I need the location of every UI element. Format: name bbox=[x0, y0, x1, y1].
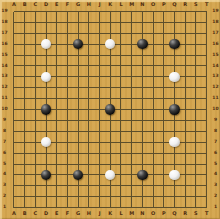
board-point-B17[interactable] bbox=[19, 28, 30, 39]
board-point-P12[interactable] bbox=[158, 82, 169, 93]
board-point-M16[interactable] bbox=[126, 39, 137, 50]
board-point-K17[interactable] bbox=[105, 28, 116, 39]
board-point-S9[interactable] bbox=[191, 115, 202, 126]
board-point-H6[interactable] bbox=[84, 148, 95, 159]
board-point-B14[interactable] bbox=[19, 61, 30, 72]
board-point-S11[interactable] bbox=[191, 93, 202, 104]
board-point-L16[interactable] bbox=[116, 39, 127, 50]
board-point-E18[interactable] bbox=[51, 17, 62, 28]
board-point-M7[interactable] bbox=[126, 137, 137, 148]
board-point-H15[interactable] bbox=[84, 50, 95, 61]
board-point-P5[interactable] bbox=[158, 159, 169, 170]
board-point-R16[interactable] bbox=[180, 39, 191, 50]
board-point-L6[interactable] bbox=[116, 148, 127, 159]
board-point-N16[interactable] bbox=[137, 39, 148, 50]
board-point-B16[interactable] bbox=[19, 39, 30, 50]
board-point-O13[interactable] bbox=[148, 71, 159, 82]
board-point-L11[interactable] bbox=[116, 93, 127, 104]
board-point-N11[interactable] bbox=[137, 93, 148, 104]
board-point-S4[interactable] bbox=[191, 169, 202, 180]
board-point-N15[interactable] bbox=[137, 50, 148, 61]
board-point-R13[interactable] bbox=[180, 71, 191, 82]
board-point-D15[interactable] bbox=[41, 50, 52, 61]
board-point-L12[interactable] bbox=[116, 82, 127, 93]
board-point-Q12[interactable] bbox=[169, 82, 180, 93]
board-point-K6[interactable] bbox=[105, 148, 116, 159]
board-point-P10[interactable] bbox=[158, 104, 169, 115]
board-point-E9[interactable] bbox=[51, 115, 62, 126]
board-point-M8[interactable] bbox=[126, 126, 137, 137]
board-point-K18[interactable] bbox=[105, 17, 116, 28]
board-point-M13[interactable] bbox=[126, 71, 137, 82]
board-point-G4[interactable] bbox=[73, 169, 84, 180]
board-point-M14[interactable] bbox=[126, 61, 137, 72]
board-point-Q10[interactable] bbox=[169, 104, 180, 115]
board-point-F6[interactable] bbox=[62, 148, 73, 159]
board-point-F3[interactable] bbox=[62, 180, 73, 191]
board-point-M9[interactable] bbox=[126, 115, 137, 126]
board-point-J8[interactable] bbox=[94, 126, 105, 137]
board-point-N10[interactable] bbox=[137, 104, 148, 115]
board-point-H4[interactable] bbox=[84, 169, 95, 180]
board-point-Q5[interactable] bbox=[169, 159, 180, 170]
board-point-L5[interactable] bbox=[116, 159, 127, 170]
board-point-P2[interactable] bbox=[158, 191, 169, 202]
board-point-F15[interactable] bbox=[62, 50, 73, 61]
board-point-S6[interactable] bbox=[191, 148, 202, 159]
board-point-D18[interactable] bbox=[41, 17, 52, 28]
board-point-C16[interactable] bbox=[30, 39, 41, 50]
board-point-P14[interactable] bbox=[158, 61, 169, 72]
board-point-S3[interactable] bbox=[191, 180, 202, 191]
board-point-H16[interactable] bbox=[84, 39, 95, 50]
board-point-M5[interactable] bbox=[126, 159, 137, 170]
board-point-N14[interactable] bbox=[137, 61, 148, 72]
board-point-P7[interactable] bbox=[158, 137, 169, 148]
board-point-A16[interactable] bbox=[9, 39, 20, 50]
board-point-O17[interactable] bbox=[148, 28, 159, 39]
board-point-A13[interactable] bbox=[9, 71, 20, 82]
board-point-G10[interactable] bbox=[73, 104, 84, 115]
board-point-P9[interactable] bbox=[158, 115, 169, 126]
board-point-H9[interactable] bbox=[84, 115, 95, 126]
board-point-A8[interactable] bbox=[9, 126, 20, 137]
board-point-N8[interactable] bbox=[137, 126, 148, 137]
board-point-S13[interactable] bbox=[191, 71, 202, 82]
board-point-S18[interactable] bbox=[191, 17, 202, 28]
board-point-S5[interactable] bbox=[191, 159, 202, 170]
board-point-D6[interactable] bbox=[41, 148, 52, 159]
board-point-L17[interactable] bbox=[116, 28, 127, 39]
board-point-E17[interactable] bbox=[51, 28, 62, 39]
board-point-A17[interactable] bbox=[9, 28, 20, 39]
board-point-R10[interactable] bbox=[180, 104, 191, 115]
board-point-Q11[interactable] bbox=[169, 93, 180, 104]
board-point-J15[interactable] bbox=[94, 50, 105, 61]
board-point-J4[interactable] bbox=[94, 169, 105, 180]
board-point-C14[interactable] bbox=[30, 61, 41, 72]
board-point-Q4[interactable] bbox=[169, 169, 180, 180]
board-point-D2[interactable] bbox=[41, 191, 52, 202]
board-point-O16[interactable] bbox=[148, 39, 159, 50]
board-point-N9[interactable] bbox=[137, 115, 148, 126]
board-point-H7[interactable] bbox=[84, 137, 95, 148]
board-point-Q2[interactable] bbox=[169, 191, 180, 202]
board-point-G13[interactable] bbox=[73, 71, 84, 82]
board-point-H18[interactable] bbox=[84, 17, 95, 28]
board-point-A15[interactable] bbox=[9, 50, 20, 61]
board-point-D4[interactable] bbox=[41, 169, 52, 180]
board-point-F5[interactable] bbox=[62, 159, 73, 170]
board-point-K2[interactable] bbox=[105, 191, 116, 202]
board-point-R6[interactable] bbox=[180, 148, 191, 159]
board-point-S2[interactable] bbox=[191, 191, 202, 202]
board-point-F2[interactable] bbox=[62, 191, 73, 202]
board-point-F14[interactable] bbox=[62, 61, 73, 72]
board-point-K10[interactable] bbox=[105, 104, 116, 115]
board-point-O15[interactable] bbox=[148, 50, 159, 61]
board-point-K15[interactable] bbox=[105, 50, 116, 61]
board-point-P11[interactable] bbox=[158, 93, 169, 104]
board-point-S10[interactable] bbox=[191, 104, 202, 115]
board-point-D5[interactable] bbox=[41, 159, 52, 170]
board-point-L8[interactable] bbox=[116, 126, 127, 137]
board-point-J7[interactable] bbox=[94, 137, 105, 148]
board-point-J9[interactable] bbox=[94, 115, 105, 126]
board-point-H11[interactable] bbox=[84, 93, 95, 104]
board-point-H10[interactable] bbox=[84, 104, 95, 115]
board-point-R12[interactable] bbox=[180, 82, 191, 93]
board-point-F13[interactable] bbox=[62, 71, 73, 82]
board-point-R15[interactable] bbox=[180, 50, 191, 61]
board-point-G16[interactable] bbox=[73, 39, 84, 50]
board-point-R18[interactable] bbox=[180, 17, 191, 28]
board-point-E16[interactable] bbox=[51, 39, 62, 50]
board-point-D11[interactable] bbox=[41, 93, 52, 104]
board-point-C13[interactable] bbox=[30, 71, 41, 82]
board-point-O6[interactable] bbox=[148, 148, 159, 159]
board-point-M6[interactable] bbox=[126, 148, 137, 159]
board-point-H5[interactable] bbox=[84, 159, 95, 170]
board-point-R2[interactable] bbox=[180, 191, 191, 202]
board-point-C8[interactable] bbox=[30, 126, 41, 137]
board-point-D10[interactable] bbox=[41, 104, 52, 115]
board-point-O2[interactable] bbox=[148, 191, 159, 202]
board-point-R5[interactable] bbox=[180, 159, 191, 170]
board-point-E7[interactable] bbox=[51, 137, 62, 148]
board-point-O3[interactable] bbox=[148, 180, 159, 191]
board-point-E14[interactable] bbox=[51, 61, 62, 72]
board-point-E6[interactable] bbox=[51, 148, 62, 159]
board-point-R9[interactable] bbox=[180, 115, 191, 126]
board-point-E8[interactable] bbox=[51, 126, 62, 137]
board-point-H13[interactable] bbox=[84, 71, 95, 82]
board-point-F12[interactable] bbox=[62, 82, 73, 93]
board-point-O12[interactable] bbox=[148, 82, 159, 93]
board-point-G2[interactable] bbox=[73, 191, 84, 202]
board-point-H2[interactable] bbox=[84, 191, 95, 202]
board-point-A11[interactable] bbox=[9, 93, 20, 104]
board-point-L15[interactable] bbox=[116, 50, 127, 61]
board-point-H8[interactable] bbox=[84, 126, 95, 137]
board-point-P4[interactable] bbox=[158, 169, 169, 180]
board-point-G11[interactable] bbox=[73, 93, 84, 104]
board-point-G7[interactable] bbox=[73, 137, 84, 148]
board-point-B18[interactable] bbox=[19, 17, 30, 28]
board-point-N13[interactable] bbox=[137, 71, 148, 82]
board-point-B13[interactable] bbox=[19, 71, 30, 82]
board-point-E12[interactable] bbox=[51, 82, 62, 93]
board-point-D13[interactable] bbox=[41, 71, 52, 82]
board-point-E2[interactable] bbox=[51, 191, 62, 202]
board-point-K11[interactable] bbox=[105, 93, 116, 104]
board-point-K12[interactable] bbox=[105, 82, 116, 93]
board-point-A7[interactable] bbox=[9, 137, 20, 148]
board-point-B3[interactable] bbox=[19, 180, 30, 191]
board-point-K5[interactable] bbox=[105, 159, 116, 170]
board-point-O5[interactable] bbox=[148, 159, 159, 170]
board-point-A4[interactable] bbox=[9, 169, 20, 180]
board-point-G9[interactable] bbox=[73, 115, 84, 126]
board-point-L18[interactable] bbox=[116, 17, 127, 28]
board-point-A14[interactable] bbox=[9, 61, 20, 72]
board-point-N3[interactable] bbox=[137, 180, 148, 191]
board-point-A5[interactable] bbox=[9, 159, 20, 170]
board-point-M3[interactable] bbox=[126, 180, 137, 191]
board-point-L3[interactable] bbox=[116, 180, 127, 191]
board-point-K3[interactable] bbox=[105, 180, 116, 191]
board-point-A18[interactable] bbox=[9, 17, 20, 28]
board-point-M4[interactable] bbox=[126, 169, 137, 180]
board-point-H17[interactable] bbox=[84, 28, 95, 39]
board-point-J10[interactable] bbox=[94, 104, 105, 115]
board-point-B11[interactable] bbox=[19, 93, 30, 104]
board-point-R7[interactable] bbox=[180, 137, 191, 148]
board-point-Q9[interactable] bbox=[169, 115, 180, 126]
board-point-O9[interactable] bbox=[148, 115, 159, 126]
board-point-A12[interactable] bbox=[9, 82, 20, 93]
board-point-N18[interactable] bbox=[137, 17, 148, 28]
board-point-F8[interactable] bbox=[62, 126, 73, 137]
board-point-M11[interactable] bbox=[126, 93, 137, 104]
board-point-K16[interactable] bbox=[105, 39, 116, 50]
board-point-O4[interactable] bbox=[148, 169, 159, 180]
board-point-L10[interactable] bbox=[116, 104, 127, 115]
board-point-B15[interactable] bbox=[19, 50, 30, 61]
board-point-J11[interactable] bbox=[94, 93, 105, 104]
board-point-D14[interactable] bbox=[41, 61, 52, 72]
board-point-J17[interactable] bbox=[94, 28, 105, 39]
board-point-L13[interactable] bbox=[116, 71, 127, 82]
board-point-P8[interactable] bbox=[158, 126, 169, 137]
board-point-L7[interactable] bbox=[116, 137, 127, 148]
board-point-F17[interactable] bbox=[62, 28, 73, 39]
board-point-O10[interactable] bbox=[148, 104, 159, 115]
board-point-K14[interactable] bbox=[105, 61, 116, 72]
board-point-J12[interactable] bbox=[94, 82, 105, 93]
board-point-J2[interactable] bbox=[94, 191, 105, 202]
board-point-R17[interactable] bbox=[180, 28, 191, 39]
board-point-R14[interactable] bbox=[180, 61, 191, 72]
board-point-R11[interactable] bbox=[180, 93, 191, 104]
board-point-D7[interactable] bbox=[41, 137, 52, 148]
board-point-S14[interactable] bbox=[191, 61, 202, 72]
board-point-O14[interactable] bbox=[148, 61, 159, 72]
board-point-G17[interactable] bbox=[73, 28, 84, 39]
board-point-D9[interactable] bbox=[41, 115, 52, 126]
board-point-B7[interactable] bbox=[19, 137, 30, 148]
board-point-M12[interactable] bbox=[126, 82, 137, 93]
board-point-P17[interactable] bbox=[158, 28, 169, 39]
board-point-R8[interactable] bbox=[180, 126, 191, 137]
board-point-A6[interactable] bbox=[9, 148, 20, 159]
board-point-R4[interactable] bbox=[180, 169, 191, 180]
board-point-M18[interactable] bbox=[126, 17, 137, 28]
board-point-B9[interactable] bbox=[19, 115, 30, 126]
board-point-J6[interactable] bbox=[94, 148, 105, 159]
board-point-F16[interactable] bbox=[62, 39, 73, 50]
board-point-C7[interactable] bbox=[30, 137, 41, 148]
board-point-C6[interactable] bbox=[30, 148, 41, 159]
board-point-C10[interactable] bbox=[30, 104, 41, 115]
board-point-D16[interactable] bbox=[41, 39, 52, 50]
board-point-F10[interactable] bbox=[62, 104, 73, 115]
board-point-S12[interactable] bbox=[191, 82, 202, 93]
board-point-A10[interactable] bbox=[9, 104, 20, 115]
board-point-K4[interactable] bbox=[105, 169, 116, 180]
board-point-Q13[interactable] bbox=[169, 71, 180, 82]
board-point-O7[interactable] bbox=[148, 137, 159, 148]
board-point-K7[interactable] bbox=[105, 137, 116, 148]
board-point-C3[interactable] bbox=[30, 180, 41, 191]
board-point-B10[interactable] bbox=[19, 104, 30, 115]
board-point-L14[interactable] bbox=[116, 61, 127, 72]
board-point-O18[interactable] bbox=[148, 17, 159, 28]
board-point-P16[interactable] bbox=[158, 39, 169, 50]
board-point-M10[interactable] bbox=[126, 104, 137, 115]
board-point-C12[interactable] bbox=[30, 82, 41, 93]
board-point-B6[interactable] bbox=[19, 148, 30, 159]
board-point-K9[interactable] bbox=[105, 115, 116, 126]
board-point-J3[interactable] bbox=[94, 180, 105, 191]
board-point-C15[interactable] bbox=[30, 50, 41, 61]
board-point-A9[interactable] bbox=[9, 115, 20, 126]
board-point-M2[interactable] bbox=[126, 191, 137, 202]
board-point-Q16[interactable] bbox=[169, 39, 180, 50]
board-point-F11[interactable] bbox=[62, 93, 73, 104]
board-point-F9[interactable] bbox=[62, 115, 73, 126]
board-point-L2[interactable] bbox=[116, 191, 127, 202]
board-point-F7[interactable] bbox=[62, 137, 73, 148]
board-point-C18[interactable] bbox=[30, 17, 41, 28]
board-point-K13[interactable] bbox=[105, 71, 116, 82]
board-point-O8[interactable] bbox=[148, 126, 159, 137]
board-point-E3[interactable] bbox=[51, 180, 62, 191]
board-point-D17[interactable] bbox=[41, 28, 52, 39]
board-point-H3[interactable] bbox=[84, 180, 95, 191]
board-point-N5[interactable] bbox=[137, 159, 148, 170]
board-point-Q17[interactable] bbox=[169, 28, 180, 39]
board-point-Q3[interactable] bbox=[169, 180, 180, 191]
board-point-H14[interactable] bbox=[84, 61, 95, 72]
board-point-F4[interactable] bbox=[62, 169, 73, 180]
board-point-P15[interactable] bbox=[158, 50, 169, 61]
board-point-S17[interactable] bbox=[191, 28, 202, 39]
board-point-C4[interactable] bbox=[30, 169, 41, 180]
board-point-L4[interactable] bbox=[116, 169, 127, 180]
board-point-B12[interactable] bbox=[19, 82, 30, 93]
board-point-E5[interactable] bbox=[51, 159, 62, 170]
board-point-M17[interactable] bbox=[126, 28, 137, 39]
board-point-B4[interactable] bbox=[19, 169, 30, 180]
board-point-H12[interactable] bbox=[84, 82, 95, 93]
board-point-E15[interactable] bbox=[51, 50, 62, 61]
board-point-S16[interactable] bbox=[191, 39, 202, 50]
board-point-C17[interactable] bbox=[30, 28, 41, 39]
board-point-B2[interactable] bbox=[19, 191, 30, 202]
board-point-E4[interactable] bbox=[51, 169, 62, 180]
board-point-N6[interactable] bbox=[137, 148, 148, 159]
board-point-P18[interactable] bbox=[158, 17, 169, 28]
board-point-N17[interactable] bbox=[137, 28, 148, 39]
board-point-D8[interactable] bbox=[41, 126, 52, 137]
board-point-J18[interactable] bbox=[94, 17, 105, 28]
board-point-S8[interactable] bbox=[191, 126, 202, 137]
board-point-N12[interactable] bbox=[137, 82, 148, 93]
board-point-G3[interactable] bbox=[73, 180, 84, 191]
board-point-P6[interactable] bbox=[158, 148, 169, 159]
board-point-Q8[interactable] bbox=[169, 126, 180, 137]
board-point-L9[interactable] bbox=[116, 115, 127, 126]
board-point-G18[interactable] bbox=[73, 17, 84, 28]
board-point-A2[interactable] bbox=[9, 191, 20, 202]
board-point-Q15[interactable] bbox=[169, 50, 180, 61]
board-point-K8[interactable] bbox=[105, 126, 116, 137]
board-point-O11[interactable] bbox=[148, 93, 159, 104]
board-point-Q7[interactable] bbox=[169, 137, 180, 148]
board-point-P3[interactable] bbox=[158, 180, 169, 191]
board-point-E10[interactable] bbox=[51, 104, 62, 115]
board-point-M15[interactable] bbox=[126, 50, 137, 61]
board-point-J16[interactable] bbox=[94, 39, 105, 50]
board-point-P13[interactable] bbox=[158, 71, 169, 82]
board-point-B8[interactable] bbox=[19, 126, 30, 137]
board-point-E11[interactable] bbox=[51, 93, 62, 104]
board-point-S15[interactable] bbox=[191, 50, 202, 61]
board-point-F18[interactable] bbox=[62, 17, 73, 28]
board-point-J5[interactable] bbox=[94, 159, 105, 170]
board-point-C5[interactable] bbox=[30, 159, 41, 170]
board-point-G14[interactable] bbox=[73, 61, 84, 72]
board-point-G6[interactable] bbox=[73, 148, 84, 159]
board-point-S7[interactable] bbox=[191, 137, 202, 148]
board-point-G15[interactable] bbox=[73, 50, 84, 61]
board-point-J14[interactable] bbox=[94, 61, 105, 72]
board-point-C11[interactable] bbox=[30, 93, 41, 104]
board-point-J13[interactable] bbox=[94, 71, 105, 82]
board-point-Q18[interactable] bbox=[169, 17, 180, 28]
board-point-G5[interactable] bbox=[73, 159, 84, 170]
board-point-Q6[interactable] bbox=[169, 148, 180, 159]
board-point-D3[interactable] bbox=[41, 180, 52, 191]
board-point-A3[interactable] bbox=[9, 180, 20, 191]
board-point-C2[interactable] bbox=[30, 191, 41, 202]
board-point-D12[interactable] bbox=[41, 82, 52, 93]
board-point-G8[interactable] bbox=[73, 126, 84, 137]
board-point-G12[interactable] bbox=[73, 82, 84, 93]
board-point-C9[interactable] bbox=[30, 115, 41, 126]
board-point-Q14[interactable] bbox=[169, 61, 180, 72]
